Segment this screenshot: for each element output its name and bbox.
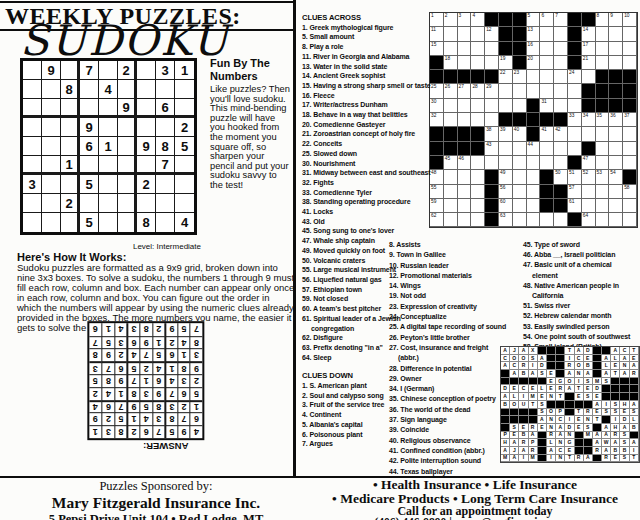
crossword-answer-cell: B [501,401,510,409]
sudoku-cell: 1 [114,387,127,400]
sudoku-cell [175,156,194,175]
crossword-answer-cell-black [575,401,584,409]
crossword-answer-cell: I [602,401,611,409]
crossword-cell-black [596,84,610,98]
crossword-answer-cell: E [584,355,593,363]
crossword-answer-cell: A [602,424,611,432]
crossword-cell: 3 [458,13,472,27]
crossword-clue-number: 31 [541,99,546,104]
crossword-cell-black [623,170,637,184]
crossword-cell: 53 [596,170,610,184]
across-clue: 43. Old [302,217,432,227]
sudoku-cell [42,80,61,99]
sudoku-cell: 3 [114,336,127,349]
crossword-cell-black [609,99,623,113]
crossword-answer-cell: I [519,455,528,463]
sudoku-cell: 7 [177,413,190,426]
crossword-answer-cell-black [501,409,510,417]
sudoku-cell: 4 [175,213,194,232]
across-clue: 16. Fleece [302,91,432,101]
crossword-answer-cell: G [565,439,574,447]
crossword-answer-cell: E [593,409,602,417]
crossword-answer-cell: T [565,347,574,355]
sudoku-cell [23,61,42,80]
sudoku-cell: 7 [127,374,140,387]
sudoku-cell: 5 [80,213,99,232]
crossword-clue-number: 63 [500,213,505,218]
crossword-answer-cell: B [630,424,639,432]
crossword-answer-cell: L [547,439,556,447]
crossword-answer-cell: U [519,401,528,409]
crossword-answer-cell: A [538,355,547,363]
crossword-cell [540,84,554,98]
crossword-cell [609,142,623,156]
crossword-answer-cell: W [602,439,611,447]
crossword-answer-cell: C [620,347,629,355]
crossword-answer-cell: S [611,409,620,417]
sudoku-cell: 1 [127,413,140,426]
crossword-cell [554,142,568,156]
crossword-answer-cell: J [510,447,519,455]
crossword-cell: 47 [582,156,596,170]
crossword-answer-cell: N [547,416,556,424]
crossword-cell [596,56,610,70]
crossword-answer-cell: L [538,385,547,393]
crossword-cell-black [623,84,637,98]
crossword-answer-cell: R [519,362,528,370]
crossword-answer-cell: S [584,378,593,386]
sudoku-cell: 5 [114,413,127,426]
crossword-answer-cell-black [538,447,547,455]
sudoku-cell [80,99,99,118]
crossword-cell [458,213,472,227]
crossword-answer-cell: S [630,409,639,417]
crossword-cell [609,156,623,170]
crossword-cell: 55 [430,185,444,199]
crossword-cell: 1 [430,13,444,27]
down-clue: 29. Owner [389,374,507,384]
crossword-cell: 43 [485,142,499,156]
down-clue: 28. Difference in potential [389,364,507,374]
sudoku-cell [99,61,118,80]
crossword-clue-number: 37 [624,113,629,118]
sudoku-cell [80,80,99,99]
sudoku-cell: 2 [190,374,203,387]
sudoku-cell: 5 [190,387,203,400]
crossword-cell [609,56,623,70]
sudoku-cell [99,194,118,213]
across-clue: 31. Midway between east and southeast [302,168,432,178]
sudoku-cell: 8 [114,425,127,438]
crossword-cell [444,170,458,184]
clues-section-title: CLUES ACROSS [302,13,432,23]
crossword-answer-cell: C [575,355,584,363]
sudoku-cell: 3 [139,387,152,400]
crossword-answer-cell-black [620,393,629,401]
crossword-answer-cell: E [593,393,602,401]
sudoku-cell: 2 [61,194,80,213]
across-clue: 13. Water in the solid state [302,62,432,72]
sudoku-cell: 7 [89,336,102,349]
crossword-cell: 60 [499,199,513,213]
crossword-clue-number: 50 [555,170,560,175]
crossword-answer-cell: S [620,455,629,463]
crossword-answer-cell-black [538,432,547,440]
sudoku-cell [23,118,42,137]
crossword-answer-cell-black [538,347,547,355]
sudoku-cell: 5 [165,425,178,438]
crossword-cell: 48 [430,170,444,184]
crossword-cell-black [430,70,444,84]
sudoku-cell: 8 [102,374,115,387]
crossword-answer-cell: A [584,455,593,463]
sudoku-cell [42,175,61,194]
crossword-cell-black [527,127,541,141]
crossword-clue-number: 45 [445,156,450,161]
crossword-cell [623,27,637,41]
crossword-answer-cell: S [538,401,547,409]
sudoku-cell: 2 [89,387,102,400]
crossword-cell-black [485,13,499,27]
sudoku-cell: 8 [156,137,175,156]
sudoku-cell: 8 [61,80,80,99]
crossword-clue-number: 47 [583,156,588,161]
sudoku-cell [99,118,118,137]
down-clue: 25. A digital tape recording of sound [389,322,507,332]
crossword-cell [554,84,568,98]
crossword-answer-cell-black [501,370,510,378]
crossword-answer-cell-black [575,439,584,447]
crossword-answer-cell: D [501,385,510,393]
crossword-clue-number: 39 [500,127,505,132]
crossword-answer-cell: A [593,439,602,447]
crossword-cell: 19 [499,56,513,70]
across-clue: 18. Behave in a way that belittles [302,110,432,120]
crossword-clue-number: 57 [569,185,574,190]
crossword-clue-number: 12 [486,27,491,32]
crossword-answer-cell: X [529,347,538,355]
crossword-cell: 14 [582,27,596,41]
crossword-answer-cell: A [529,370,538,378]
crossword-cell [471,27,485,41]
sudoku-cell: 6 [152,374,165,387]
sudoku-cell: 1 [89,425,102,438]
sudoku-cell: 1 [165,361,178,374]
crossword-answer-cell: R [529,424,538,432]
sudoku-cell: 2 [177,400,190,413]
crossword-answer-cell: T [593,416,602,424]
crossword-cell-black [609,84,623,98]
sudoku-cell: 7 [152,425,165,438]
crossword-cell: 17 [582,42,596,56]
crossword-cell [471,156,485,170]
crossword-cell [527,199,541,213]
down-clue: 51. Swiss river [523,301,639,311]
crossword-cell [596,213,610,227]
crossword-answer-cell: N [565,432,574,440]
crossword-cell [527,213,541,227]
crossword-cell-black [444,127,458,141]
services-line-2: • Medicare Products • Long Term Care Ins… [312,492,638,506]
down-clue: 34. I (German) [389,384,507,394]
crossword-clue-number: 60 [500,199,505,204]
sudoku-cell [156,175,175,194]
sudoku-cell: 9 [137,137,156,156]
crossword-answer-cell: E [620,409,629,417]
crossword-cell [471,199,485,213]
crossword-cell [499,142,513,156]
crossword-answer-cell-black [602,385,611,393]
down-clue: 54. One point south of southwest [523,332,639,342]
crossword-answer-cell-black [529,416,538,424]
crossword-clue-number: 51 [569,170,574,175]
crossword-cell: 58 [623,185,637,199]
crossword-cell [540,70,554,84]
sudoku-cell: 2 [175,118,194,137]
crossword-cell: 44 [527,142,541,156]
crossword-answer-cell: A [602,355,611,363]
crossword-cell: 16 [527,42,541,56]
crossword-cell [471,113,485,127]
crossword-answer-cell-black [593,347,602,355]
sudoku-cell: 4 [89,400,102,413]
sudoku-cell: 4 [127,349,140,362]
crossword-answer-cell: D [538,362,547,370]
down-clue: 47. Basic unit of a chemical element [523,260,639,280]
crossword-cell: 5 [527,13,541,27]
crossword-cell [609,213,623,227]
crossword-cell [485,56,499,70]
crossword-answer-cell: M [593,378,602,386]
crossword-answer-cell: P [529,439,538,447]
crossword-answer-cell: N [547,424,556,432]
crossword-cell [582,70,596,84]
crossword-answer-cell: A [501,347,510,355]
crossword-answer-cell: A [510,370,519,378]
sponsor-block: Puzzles Sponsored by: Mary Fitzgerald In… [4,479,308,520]
crossword-clue-number: 56 [500,185,505,190]
crossword-answer-cell: S [620,439,629,447]
crossword-answer-cell-black [630,393,639,401]
crossword-cell: 50 [554,170,568,184]
crossword-answer-cell: P [501,432,510,440]
crossword-answer-cell: S [510,424,519,432]
sudoku-cell: 5 [175,137,194,156]
crossword-cell: 31 [540,99,554,113]
crossword-answer-cell: A [529,432,538,440]
crossword-answer-cell: I [575,378,584,386]
crossword-answer-cell: O [510,401,519,409]
sudoku-cell [42,118,61,137]
sudoku-cell: 3 [89,361,102,374]
sudoku-cell: 2 [114,349,127,362]
crossword-answer-cell-black [602,416,611,424]
crossword-cell: 20 [527,56,541,70]
crossword-cell: 30 [430,99,444,113]
crossword-cell: 18 [444,56,458,70]
crossword-cell-black [623,99,637,113]
down-clue: 26. Peyton's little brother [389,333,507,343]
crossword-clue-number: 34 [583,113,588,118]
crossword-cell: 32 [430,113,444,127]
crossword-cell: 37 [623,113,637,127]
sudoku-cell: 6 [177,387,190,400]
crossword-cell: 42 [554,127,568,141]
crossword-clue-number: 49 [500,170,505,175]
across-clue: 1. Greek mythological figure [302,23,432,33]
crossword-answer-cell-black [519,378,528,386]
crossword-cell [596,27,610,41]
crossword-cell-black [499,42,513,56]
crossword-answer-cell: R [556,385,565,393]
crossword-cell-black [458,142,472,156]
crossword-cell-black [540,170,554,184]
sudoku-cell: 8 [190,336,203,349]
crossword-answer-cell: T [529,401,538,409]
sudoku-intro-text: Like puzzles? Then you'll love sudoku. T… [210,85,290,191]
crossword-cell [513,213,527,227]
crossword-clue-number: 20 [528,56,533,61]
sudoku-cell: 9 [118,99,137,118]
crossword-answer-cell-black [584,447,593,455]
crossword-cell: 59 [430,199,444,213]
crossword-cell [458,170,472,184]
crossword-clue-number: 36 [610,113,615,118]
crossword-answer-cell: A [519,447,528,455]
crossword-clue-number: 3 [459,13,462,18]
crossword-clue-number: 46 [459,156,464,161]
sudoku-cell [156,118,175,137]
crossword-cell [471,213,485,227]
crossword-cell [609,199,623,213]
crossword-cell [540,42,554,56]
crossword-cell [458,56,472,70]
crossword-cell-black [540,113,554,127]
sudoku-cell: 5 [102,336,115,349]
sudoku-cell [118,175,137,194]
sudoku-cell: 6 [127,336,140,349]
crossword-cell-black [458,70,472,84]
crossword-answer-cell-black [611,378,620,386]
crossword-answer-cell: S [529,355,538,363]
crossword-cell [444,42,458,56]
sudoku-cell [80,156,99,175]
crossword-clue-number: 13 [528,27,533,32]
crossword-answer-cell: A [556,432,565,440]
weekly-puzzles-page: WEEKLY PUZZLES: SUDOKU 97231849692619851… [0,0,640,520]
crossword-answer-cell: A [547,447,556,455]
crossword-answer-cell-black [538,439,547,447]
across-clue: 17. Writer/actress Dunham [302,100,432,110]
crossword-clue-number: 44 [528,142,533,147]
sudoku-cell: 3 [190,349,203,362]
crossword-answer-cell: A [519,347,528,355]
crossword-cell: 54 [609,170,623,184]
crossword-cell-black [596,99,610,113]
sudoku-cell [137,118,156,137]
crossword-cell [540,142,554,156]
crossword-cell-black [568,213,582,227]
crossword-cell-black [485,70,499,84]
crossword-clue-number: 41 [541,127,546,132]
crossword-cell: 23 [513,70,527,84]
crossword-cell-black [568,56,582,70]
sponsor-name: Mary Fitzgerald Insurance Inc. [4,494,308,512]
crossword-answer-cell: E [630,355,639,363]
sudoku-cell [137,99,156,118]
crossword-answer-cell-black [556,370,565,378]
crossword-answer-cell: E [575,424,584,432]
sudoku-cell: 9 [89,413,102,426]
crossword-answer-cell-black [565,409,574,417]
across-clue: 41. Locks [302,207,432,217]
crossword-cell: 6 [540,13,554,27]
down-clue: 36. The world of the dead [389,405,507,415]
crossword-answer-cell: B [620,447,629,455]
sudoku-cell: 8 [127,387,140,400]
sudoku-cell [61,137,80,156]
crossword-answer-cell: A [565,370,574,378]
sudoku-cell [137,156,156,175]
crossword-answer-cell: D [593,385,602,393]
crossword-answer-cell: E [611,362,620,370]
crossword-answer-cell: S [602,378,611,386]
down-clue: 10. Russian leader [389,261,507,271]
sudoku-cell: 4 [139,413,152,426]
crossword-answer-cell: S [620,432,629,440]
crossword-cell-black [471,127,485,141]
crossword-answer-cell: A [602,370,611,378]
crossword-clue-number: 43 [486,142,491,147]
down-clue: 39. Coincide [389,425,507,435]
crossword-answer-cell-black [602,347,611,355]
crossword-cell: 21 [582,56,596,70]
crossword-answer-cell: I [630,447,639,455]
sudoku-cell: 1 [139,374,152,387]
crossword-answer-cell: A [584,370,593,378]
crossword-answer-cell: A [630,401,639,409]
crossword-cell [471,170,485,184]
sudoku-cell: 4 [99,80,118,99]
sudoku-cell: 2 [118,61,137,80]
crossword-clue-number: 6 [541,13,544,18]
crossword-answer-cell: S [602,409,611,417]
sudoku-cell: 5 [139,400,152,413]
sudoku-cell: 4 [177,336,190,349]
sudoku-cell: 4 [190,425,203,438]
sudoku-level-label: Level: Intermediate [100,242,201,251]
crossword-answer-cell: N [584,416,593,424]
crossword-answer-cell: E [611,455,620,463]
crossword-answer-cell: A [611,439,620,447]
crossword-cell [527,84,541,98]
sudoku-cell [23,213,42,232]
crossword-answer-cell: H [611,424,620,432]
crossword-answer-cell: N [547,393,556,401]
crossword-answer-cell-black [565,401,574,409]
crossword-answer-cell-black [501,424,510,432]
crossword-cell-black [430,156,444,170]
crossword-cell [554,213,568,227]
crossword-answer-cell-black [547,347,556,355]
sudoku-cell: 9 [80,118,99,137]
crossword-answer-cell: R [529,447,538,455]
crossword-answer-cell: A [620,370,629,378]
crossword-cell-black [499,113,513,127]
crossword-cell-black [527,99,541,113]
sudoku-cell: 2 [165,336,178,349]
sudoku-cell: 2 [152,323,165,336]
